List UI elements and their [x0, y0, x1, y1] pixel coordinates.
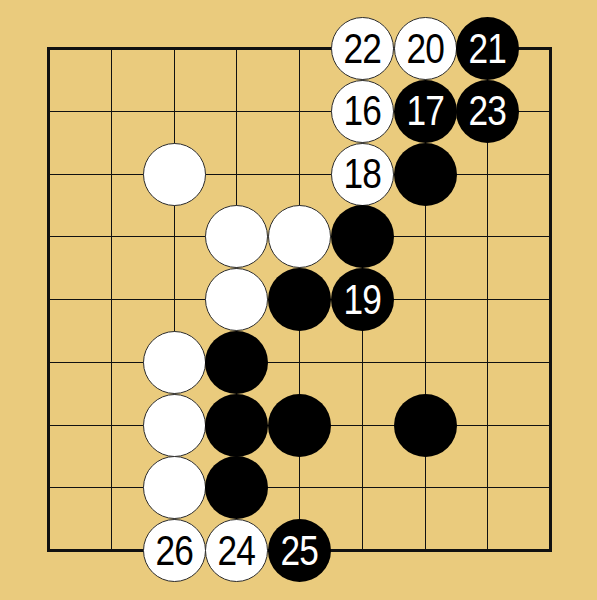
move-number: 24: [218, 530, 256, 572]
stone-black: [268, 394, 331, 457]
stone-black: 17: [394, 80, 457, 143]
stone-black: [394, 143, 457, 206]
stone-white: [143, 394, 206, 457]
move-number: 22: [343, 28, 381, 70]
stone-white: [143, 456, 206, 519]
stone-white: [268, 205, 331, 268]
go-board: 2220211617231819262425: [0, 0, 597, 600]
stone-black: 19: [331, 268, 394, 331]
stone-white: 20: [394, 17, 457, 80]
stone-white: 22: [331, 17, 394, 80]
stone-white: [205, 268, 268, 331]
stone-black: 25: [268, 519, 331, 582]
stone-white: 18: [331, 143, 394, 206]
move-number: 19: [343, 279, 381, 321]
stone-black: [205, 394, 268, 457]
move-number: 20: [406, 28, 444, 70]
move-number: 18: [343, 153, 381, 195]
stone-black: 21: [456, 17, 519, 80]
stone-black: [205, 456, 268, 519]
stone-white: [143, 331, 206, 394]
stone-black: [205, 331, 268, 394]
stone-black: [394, 394, 457, 457]
move-number: 21: [469, 28, 507, 70]
stone-white: 26: [143, 519, 206, 582]
stone-black: 23: [456, 80, 519, 143]
move-number: 25: [281, 530, 319, 572]
stone-white: 24: [205, 519, 268, 582]
stone-white: [205, 205, 268, 268]
stone-white: 16: [331, 80, 394, 143]
move-number: 16: [343, 90, 381, 132]
move-number: 23: [469, 90, 507, 132]
stone-black: [331, 205, 394, 268]
move-number: 26: [155, 530, 193, 572]
stone-black: [268, 268, 331, 331]
move-number: 17: [406, 90, 444, 132]
stones-layer: 2220211617231819262425: [17, 17, 582, 582]
go-diagram: 2220211617231819262425: [0, 0, 597, 600]
stone-white: [143, 143, 206, 206]
